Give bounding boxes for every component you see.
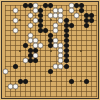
white-stone[interactable] [8, 84, 13, 89]
grid-line-vertical [76, 5, 77, 96]
star-point [50, 80, 52, 82]
go-board[interactable] [0, 0, 100, 100]
white-stone[interactable] [13, 84, 18, 89]
grid-line-horizontal [5, 86, 96, 87]
white-stone[interactable] [28, 23, 33, 28]
black-stone[interactable] [48, 3, 53, 8]
black-stone[interactable] [48, 69, 53, 74]
white-stone[interactable] [13, 18, 18, 23]
white-stone[interactable] [28, 13, 33, 18]
black-stone[interactable] [74, 3, 79, 8]
grid-line-vertical [96, 5, 97, 96]
black-stone[interactable] [69, 23, 74, 28]
black-stone[interactable] [38, 13, 43, 18]
grid-line-vertical [56, 5, 57, 96]
white-stone[interactable] [33, 3, 38, 8]
white-stone[interactable] [74, 13, 79, 18]
grid-line-horizontal [5, 91, 96, 92]
grid-line-horizontal [5, 76, 96, 77]
black-stone[interactable] [84, 23, 89, 28]
white-stone[interactable] [13, 8, 18, 13]
black-stone[interactable] [64, 64, 69, 69]
grid-line-horizontal [5, 66, 96, 67]
star-point [80, 50, 82, 52]
white-stone[interactable] [13, 28, 18, 33]
white-stone[interactable] [3, 69, 8, 74]
black-stone[interactable] [69, 79, 74, 84]
star-point [50, 50, 52, 52]
grid-line-horizontal [5, 96, 96, 97]
black-stone[interactable] [13, 64, 18, 69]
black-stone[interactable] [79, 8, 84, 13]
black-stone[interactable] [38, 8, 43, 13]
black-stone[interactable] [89, 18, 94, 23]
white-stone[interactable] [69, 8, 74, 13]
grid-line-horizontal [5, 56, 96, 57]
black-stone[interactable] [84, 79, 89, 84]
black-stone[interactable] [79, 3, 84, 8]
black-stone[interactable] [23, 79, 28, 84]
grid-line-horizontal [5, 61, 96, 62]
white-stone[interactable] [69, 3, 74, 8]
